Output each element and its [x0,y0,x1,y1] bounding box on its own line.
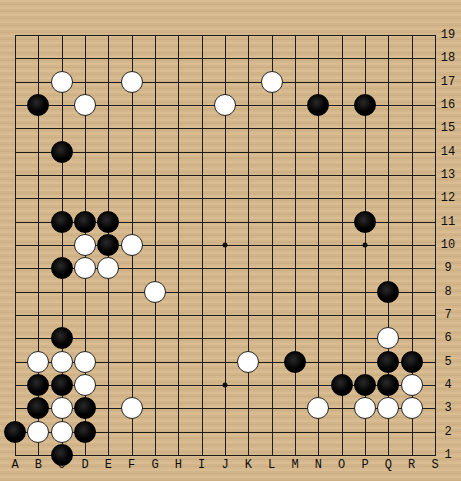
board-point[interactable] [283,210,306,233]
board-point[interactable] [190,420,213,443]
board-point[interactable] [330,303,353,326]
board-point[interactable] [27,257,50,280]
board-point[interactable] [330,47,353,70]
black-stone[interactable] [377,351,399,373]
board-point[interactable] [330,233,353,256]
board-point[interactable] [27,93,50,116]
board-point[interactable] [283,47,306,70]
board-point[interactable] [97,163,120,186]
board-point[interactable] [143,117,166,140]
board-point[interactable] [400,163,423,186]
black-stone[interactable] [4,421,26,443]
board-point[interactable] [307,163,330,186]
board-point[interactable] [237,163,260,186]
board-point[interactable] [307,280,330,303]
board-point[interactable] [377,47,400,70]
board-point[interactable] [377,373,400,396]
board-point[interactable] [73,140,96,163]
board-point[interactable] [50,23,73,46]
board-point[interactable] [3,257,26,280]
board-point[interactable] [213,163,236,186]
board-point[interactable] [283,233,306,256]
board-point[interactable] [307,23,330,46]
board-point[interactable] [330,70,353,93]
board-point[interactable] [260,350,283,373]
board-point[interactable] [143,93,166,116]
board-point[interactable] [143,373,166,396]
board-point[interactable] [283,303,306,326]
black-stone[interactable] [354,94,376,116]
black-stone[interactable] [307,94,329,116]
board-point[interactable] [27,397,50,420]
board-point[interactable] [307,210,330,233]
board-point[interactable] [167,350,190,373]
board-point[interactable] [377,233,400,256]
board-point[interactable] [167,210,190,233]
board-point[interactable] [143,23,166,46]
board-point[interactable] [120,93,143,116]
black-stone[interactable] [51,374,73,396]
board-point[interactable] [3,210,26,233]
board-point[interactable] [190,23,213,46]
board-point[interactable] [167,140,190,163]
board-point[interactable] [97,70,120,93]
board-point[interactable] [143,397,166,420]
board-point[interactable] [27,373,50,396]
black-stone[interactable] [284,351,306,373]
board-point[interactable] [167,303,190,326]
board-point[interactable] [307,187,330,210]
board-point[interactable] [73,397,96,420]
board-point[interactable] [3,23,26,46]
board-point[interactable] [50,117,73,140]
board-point[interactable] [307,420,330,443]
board-point[interactable] [237,350,260,373]
board-point[interactable] [50,350,73,373]
white-stone[interactable] [74,351,96,373]
board-point[interactable] [307,47,330,70]
board-point[interactable] [377,210,400,233]
board-point[interactable] [50,420,73,443]
board-point[interactable] [50,163,73,186]
board-point[interactable] [213,187,236,210]
board-point[interactable] [330,93,353,116]
board-point[interactable] [120,420,143,443]
board-point[interactable] [330,140,353,163]
board-point[interactable] [307,233,330,256]
board-point[interactable] [307,373,330,396]
black-stone[interactable] [401,351,423,373]
board-point[interactable] [237,373,260,396]
board-point[interactable] [97,23,120,46]
board-point[interactable] [377,163,400,186]
board-point[interactable] [27,70,50,93]
board-point[interactable] [50,257,73,280]
board-point[interactable] [377,140,400,163]
white-stone[interactable] [121,234,143,256]
board-point[interactable] [213,233,236,256]
board-point[interactable] [73,350,96,373]
board-point[interactable] [27,420,50,443]
board-point[interactable] [190,350,213,373]
black-stone[interactable] [27,397,49,419]
black-stone[interactable] [51,327,73,349]
board-point[interactable] [3,117,26,140]
board-point[interactable] [27,210,50,233]
board-point[interactable] [213,350,236,373]
board-point[interactable] [237,187,260,210]
white-stone[interactable] [144,281,166,303]
board-point[interactable] [213,257,236,280]
board-point[interactable] [377,280,400,303]
board-point[interactable] [3,327,26,350]
board-point[interactable] [97,140,120,163]
board-point[interactable] [120,70,143,93]
black-stone[interactable] [74,397,96,419]
board-point[interactable] [283,280,306,303]
board-point[interactable] [143,163,166,186]
board-point[interactable] [73,280,96,303]
board-point[interactable] [400,257,423,280]
board-point[interactable] [27,47,50,70]
board-point[interactable] [50,210,73,233]
board-point[interactable] [213,117,236,140]
board-point[interactable] [50,187,73,210]
board-point[interactable] [237,303,260,326]
white-stone[interactable] [307,397,329,419]
board-point[interactable] [190,327,213,350]
board-point[interactable] [307,350,330,373]
board-point[interactable] [27,187,50,210]
board-point[interactable] [120,280,143,303]
board-point[interactable] [190,303,213,326]
board-point[interactable] [283,350,306,373]
board-point[interactable] [353,93,376,116]
board-point[interactable] [377,327,400,350]
white-stone[interactable] [74,374,96,396]
board-point[interactable] [353,350,376,373]
board-point[interactable] [283,117,306,140]
white-stone[interactable] [377,327,399,349]
black-stone[interactable] [97,234,119,256]
board-point[interactable] [400,280,423,303]
board-point[interactable] [167,163,190,186]
board-point[interactable] [73,117,96,140]
board-point[interactable] [377,187,400,210]
board-point[interactable] [27,350,50,373]
board-point[interactable] [400,303,423,326]
board-point[interactable] [27,23,50,46]
board-point[interactable] [167,327,190,350]
board-point[interactable] [213,280,236,303]
board-point[interactable] [400,397,423,420]
board-point[interactable] [3,397,26,420]
board-point[interactable] [307,140,330,163]
white-stone[interactable] [51,351,73,373]
board-point[interactable] [73,373,96,396]
board-point[interactable] [50,280,73,303]
white-stone[interactable] [27,351,49,373]
board-point[interactable] [167,420,190,443]
board-point[interactable] [190,280,213,303]
board-point[interactable] [3,303,26,326]
board-point[interactable] [97,350,120,373]
board-point[interactable] [307,257,330,280]
board-point[interactable] [237,210,260,233]
board-point[interactable] [97,233,120,256]
board-point[interactable] [237,23,260,46]
board-point[interactable] [283,397,306,420]
board-point[interactable] [353,140,376,163]
board-point[interactable] [97,327,120,350]
board-point[interactable] [377,117,400,140]
board-point[interactable] [260,420,283,443]
board-point[interactable] [283,23,306,46]
board-point[interactable] [400,70,423,93]
black-stone[interactable] [377,374,399,396]
board-point[interactable] [237,257,260,280]
board-point[interactable] [167,397,190,420]
board-point[interactable] [260,93,283,116]
white-stone[interactable] [74,94,96,116]
board-point[interactable] [330,373,353,396]
board-point[interactable] [237,93,260,116]
board-point[interactable] [283,373,306,396]
white-stone[interactable] [354,397,376,419]
board-point[interactable] [143,420,166,443]
board-point[interactable] [190,187,213,210]
board-point[interactable] [50,373,73,396]
board-point[interactable] [3,420,26,443]
board-point[interactable] [3,163,26,186]
black-stone[interactable] [27,94,49,116]
board-point[interactable] [167,233,190,256]
board-point[interactable] [50,140,73,163]
board-point[interactable] [213,140,236,163]
board-point[interactable] [330,257,353,280]
board-point[interactable] [330,327,353,350]
board-point[interactable] [120,210,143,233]
board-point[interactable] [143,303,166,326]
white-stone[interactable] [261,71,283,93]
black-stone[interactable] [74,211,96,233]
board-point[interactable] [237,280,260,303]
board-point[interactable] [400,187,423,210]
white-stone[interactable] [51,397,73,419]
board-point[interactable] [50,47,73,70]
board-point[interactable] [260,303,283,326]
board-point[interactable] [283,327,306,350]
board-point[interactable] [3,47,26,70]
board-point[interactable] [120,23,143,46]
board-point[interactable] [97,187,120,210]
board-point[interactable] [283,420,306,443]
board-point[interactable] [167,280,190,303]
board-point[interactable] [73,187,96,210]
board-point[interactable] [260,397,283,420]
board-point[interactable] [97,280,120,303]
board-point[interactable] [377,303,400,326]
board-point[interactable] [353,163,376,186]
board-point[interactable] [3,280,26,303]
board-point[interactable] [73,93,96,116]
board-point[interactable] [400,93,423,116]
white-stone[interactable] [27,421,49,443]
black-stone[interactable] [331,374,353,396]
black-stone[interactable] [97,211,119,233]
board-point[interactable] [213,70,236,93]
board-point[interactable] [330,187,353,210]
board-point[interactable] [120,303,143,326]
board-point[interactable] [283,163,306,186]
board-point[interactable] [353,233,376,256]
board-point[interactable] [260,327,283,350]
board-point[interactable] [213,93,236,116]
board-point[interactable] [73,47,96,70]
board-point[interactable] [143,257,166,280]
board-point[interactable] [143,47,166,70]
board-point[interactable] [120,187,143,210]
board-point[interactable] [190,70,213,93]
black-stone[interactable] [74,421,96,443]
board-point[interactable] [143,233,166,256]
board-point[interactable] [330,23,353,46]
board-point[interactable] [73,233,96,256]
board-point[interactable] [97,117,120,140]
board-point[interactable] [120,373,143,396]
board-point[interactable] [400,327,423,350]
board-point[interactable] [330,420,353,443]
board-point[interactable] [3,93,26,116]
board-point[interactable] [143,70,166,93]
board-point[interactable] [27,140,50,163]
board-point[interactable] [283,70,306,93]
board-point[interactable] [260,47,283,70]
board-point[interactable] [237,397,260,420]
board-point[interactable] [260,210,283,233]
white-stone[interactable] [401,397,423,419]
board-point[interactable] [400,420,423,443]
board-point[interactable] [167,187,190,210]
board-point[interactable] [283,140,306,163]
white-stone[interactable] [237,351,259,373]
board-point[interactable] [353,397,376,420]
board-point[interactable] [120,327,143,350]
board-point[interactable] [97,397,120,420]
board-point[interactable] [330,163,353,186]
board-point[interactable] [353,23,376,46]
board-point[interactable] [377,350,400,373]
board-point[interactable] [97,47,120,70]
board-point[interactable] [377,420,400,443]
board-point[interactable] [213,420,236,443]
board-point[interactable] [353,210,376,233]
board-point[interactable] [237,140,260,163]
board-point[interactable] [190,117,213,140]
board-point[interactable] [330,117,353,140]
board-point[interactable] [307,117,330,140]
board-point[interactable] [120,117,143,140]
board-point[interactable] [260,23,283,46]
board-point[interactable] [97,257,120,280]
board-point[interactable] [307,327,330,350]
board-point[interactable] [237,420,260,443]
board-point[interactable] [307,397,330,420]
board-point[interactable] [3,187,26,210]
board-point[interactable] [143,350,166,373]
board-point[interactable] [143,210,166,233]
board-point[interactable] [120,233,143,256]
board-point[interactable] [120,163,143,186]
board-point[interactable] [400,117,423,140]
board-point[interactable] [73,420,96,443]
board-point[interactable] [50,70,73,93]
white-stone[interactable] [74,257,96,279]
board-point[interactable] [260,373,283,396]
board-point[interactable] [307,303,330,326]
board-point[interactable] [330,350,353,373]
board-point[interactable] [283,187,306,210]
board-point[interactable] [213,47,236,70]
board-point[interactable] [120,47,143,70]
black-stone[interactable] [51,141,73,163]
board-point[interactable] [167,117,190,140]
board-point[interactable] [50,233,73,256]
board-point[interactable] [283,93,306,116]
board-point[interactable] [400,233,423,256]
board-point[interactable] [143,327,166,350]
white-stone[interactable] [121,71,143,93]
board-point[interactable] [190,233,213,256]
board-point[interactable] [213,210,236,233]
board-point[interactable] [400,140,423,163]
board-point[interactable] [50,327,73,350]
board-point[interactable] [167,257,190,280]
board-point[interactable] [120,140,143,163]
board-point[interactable] [330,210,353,233]
board-point[interactable] [3,233,26,256]
board-point[interactable] [190,257,213,280]
board-point[interactable] [120,257,143,280]
board-point[interactable] [330,397,353,420]
board-point[interactable] [330,280,353,303]
white-stone[interactable] [51,71,73,93]
board-point[interactable] [73,23,96,46]
board-point[interactable] [260,117,283,140]
white-stone[interactable] [97,257,119,279]
board-point[interactable] [353,327,376,350]
board-point[interactable] [213,373,236,396]
board-point[interactable] [97,420,120,443]
board-point[interactable] [353,70,376,93]
board-point[interactable] [213,327,236,350]
board-point[interactable] [120,350,143,373]
board-point[interactable] [97,210,120,233]
board-point[interactable] [73,257,96,280]
board-point[interactable] [50,303,73,326]
board-point[interactable] [27,163,50,186]
board-point[interactable] [3,70,26,93]
board-point[interactable] [167,373,190,396]
board-point[interactable] [400,47,423,70]
board-point[interactable] [353,373,376,396]
board-point[interactable] [97,93,120,116]
board-point[interactable] [27,303,50,326]
black-stone[interactable] [51,211,73,233]
board-point[interactable] [143,140,166,163]
board-point[interactable] [260,163,283,186]
board-point[interactable] [73,70,96,93]
